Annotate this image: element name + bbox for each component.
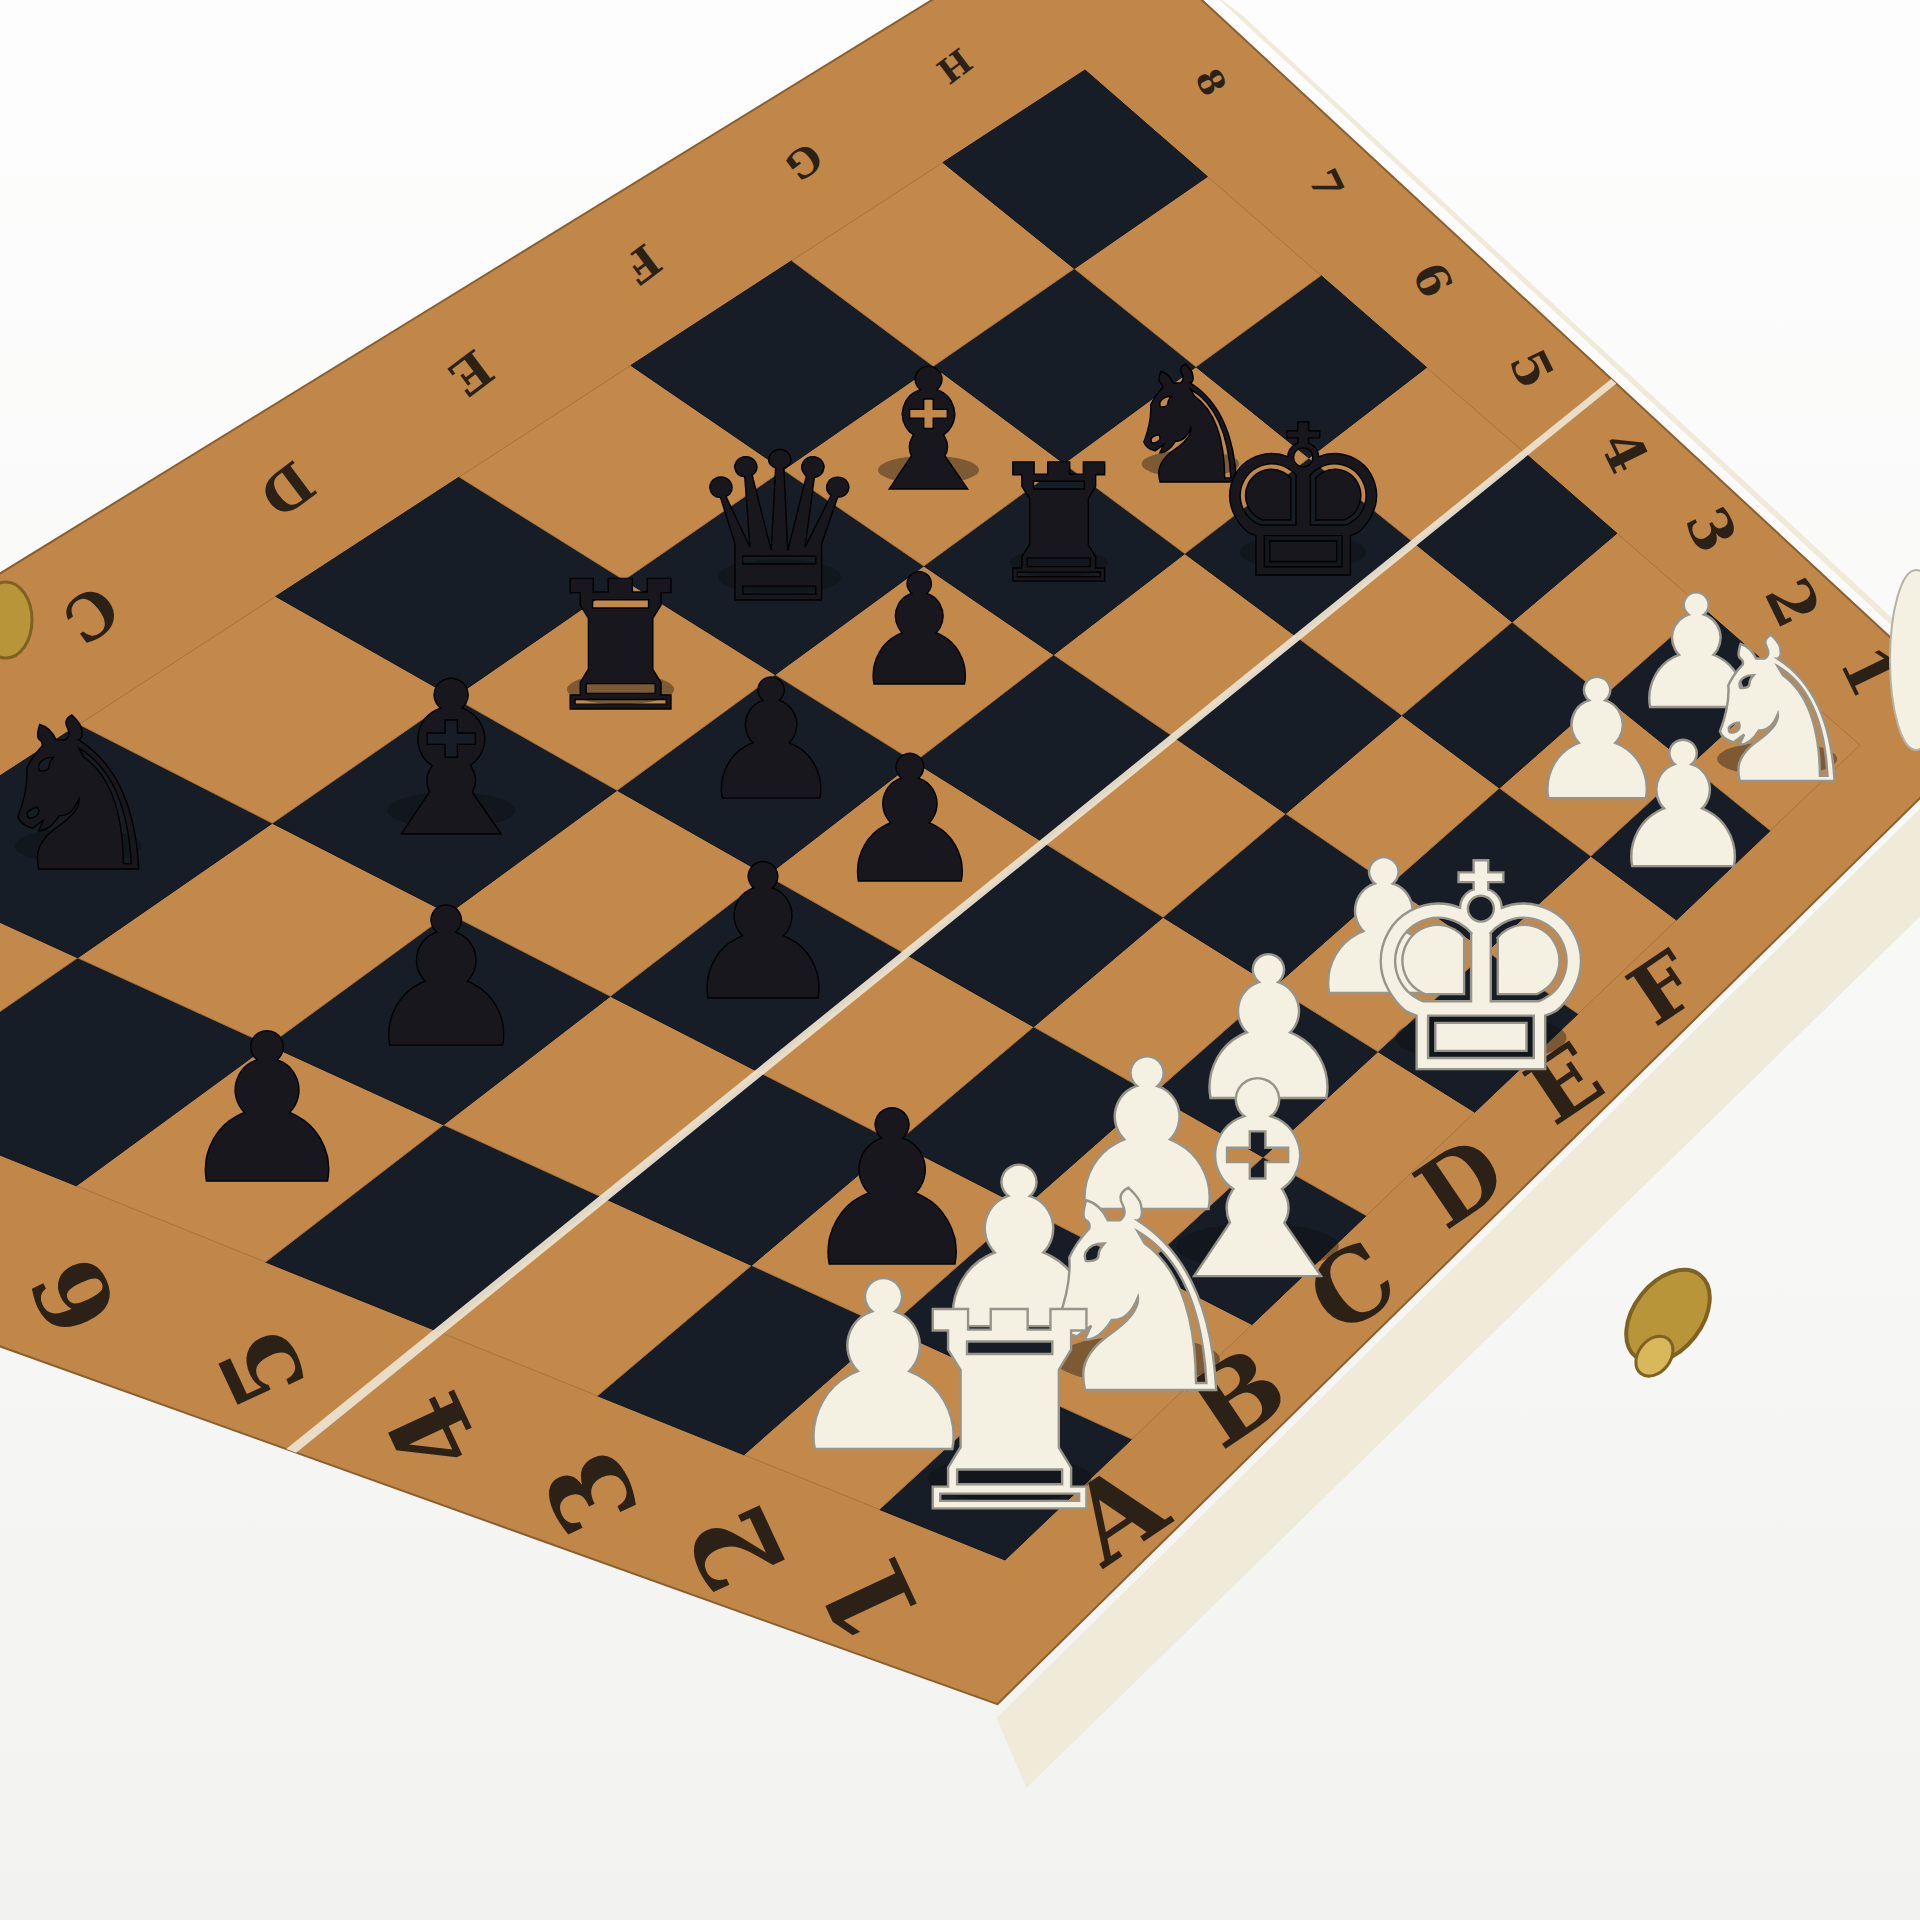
black-pawn-d6[interactable]: ♟ <box>697 644 846 837</box>
black-rook-f6[interactable]: ♜ <box>986 430 1132 619</box>
black-pawn-b6[interactable]: ♟ <box>360 867 532 1090</box>
photo-stage: AABBCCDDEEFFGH11223344556678♞♝♚♜♛♟♜♟♞♟♟♝… <box>0 0 1920 1920</box>
chess-board-photo: AABBCCDDEEFFGH11223344556678♞♝♚♜♛♟♜♟♞♟♟♝… <box>0 0 1920 1920</box>
black-pawn-a6[interactable]: ♟ <box>175 990 360 1230</box>
black-knight-b8[interactable]: ♞ <box>0 673 173 919</box>
white-pawn-g1[interactable]: ♟ <box>1605 705 1760 907</box>
black-pawn-c5[interactable]: ♟ <box>679 824 847 1042</box>
black-pawn-e6[interactable]: ♟ <box>850 541 988 720</box>
black-rook-d7[interactable]: ♜ <box>540 543 700 751</box>
black-bishop-c7[interactable]: ♝ <box>356 636 547 884</box>
black-bishop-f7[interactable]: ♝ <box>853 333 1004 529</box>
white-rook-a1[interactable]: ♜ <box>887 1255 1132 1572</box>
white-king-e1[interactable]: ♚ <box>1353 804 1609 1136</box>
black-king-g5[interactable]: ♚ <box>1209 380 1397 625</box>
black-pawn-d5[interactable]: ♟ <box>832 719 989 922</box>
black-queen-e7[interactable]: ♛ <box>687 409 872 649</box>
